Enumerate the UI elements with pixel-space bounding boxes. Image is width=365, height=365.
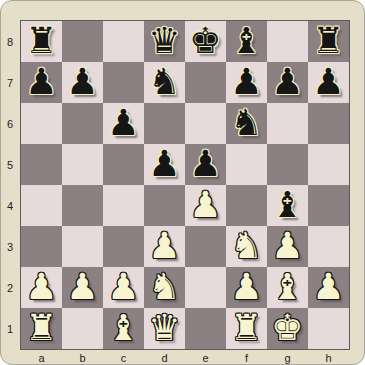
file-label-h: h xyxy=(308,350,349,365)
piece-white-queen[interactable]: ♛ xyxy=(148,307,180,348)
square-g3[interactable]: ♟ xyxy=(267,226,308,267)
square-g5[interactable] xyxy=(267,144,308,185)
square-a7[interactable]: ♟ xyxy=(21,62,62,103)
chess-board: ♜♛♚♝♜♟♟♞♟♟♟♟♞♟♟♟♝♟♞♟♟♟♟♞♟♝♟♜♝♛♜♚ xyxy=(20,20,350,350)
square-h2[interactable]: ♟ xyxy=(308,267,349,308)
piece-white-knight[interactable]: ♞ xyxy=(230,225,262,266)
square-f3[interactable]: ♞ xyxy=(226,226,267,267)
rank-label-3: 3 xyxy=(1,226,19,267)
square-h7[interactable]: ♟ xyxy=(308,62,349,103)
piece-black-king[interactable]: ♚ xyxy=(189,20,221,61)
square-b4[interactable] xyxy=(62,185,103,226)
piece-black-pawn[interactable]: ♟ xyxy=(189,143,221,184)
square-h8[interactable]: ♜ xyxy=(308,21,349,62)
square-e3[interactable] xyxy=(185,226,226,267)
square-a4[interactable] xyxy=(21,185,62,226)
piece-black-pawn[interactable]: ♟ xyxy=(312,61,344,102)
square-b7[interactable]: ♟ xyxy=(62,62,103,103)
file-label-a: a xyxy=(21,350,62,365)
piece-white-pawn[interactable]: ♟ xyxy=(66,266,98,307)
square-c3[interactable] xyxy=(103,226,144,267)
piece-black-queen[interactable]: ♛ xyxy=(148,20,180,61)
square-e6[interactable] xyxy=(185,103,226,144)
rank-label-7: 7 xyxy=(1,62,19,103)
square-c6[interactable]: ♟ xyxy=(103,103,144,144)
piece-black-pawn[interactable]: ♟ xyxy=(25,61,57,102)
square-a2[interactable]: ♟ xyxy=(21,267,62,308)
rank-label-6: 6 xyxy=(1,103,19,144)
file-label-b: b xyxy=(62,350,103,365)
square-c4[interactable] xyxy=(103,185,144,226)
piece-white-pawn[interactable]: ♟ xyxy=(107,266,139,307)
square-c7[interactable] xyxy=(103,62,144,103)
piece-black-pawn[interactable]: ♟ xyxy=(66,61,98,102)
square-g6[interactable] xyxy=(267,103,308,144)
square-d1[interactable]: ♛ xyxy=(144,308,185,349)
square-c8[interactable] xyxy=(103,21,144,62)
square-e8[interactable]: ♚ xyxy=(185,21,226,62)
piece-black-pawn[interactable]: ♟ xyxy=(230,61,262,102)
piece-white-bishop[interactable]: ♝ xyxy=(107,307,139,348)
piece-white-pawn[interactable]: ♟ xyxy=(148,225,180,266)
square-f5[interactable] xyxy=(226,144,267,185)
square-a5[interactable] xyxy=(21,144,62,185)
square-f1[interactable]: ♜ xyxy=(226,308,267,349)
file-label-g: g xyxy=(267,350,308,365)
piece-black-pawn[interactable]: ♟ xyxy=(148,143,180,184)
rank-labels: 87654321 xyxy=(1,21,19,349)
square-g1[interactable]: ♚ xyxy=(267,308,308,349)
file-labels: abcdefgh xyxy=(21,350,349,365)
piece-white-pawn[interactable]: ♟ xyxy=(271,225,303,266)
square-c5[interactable] xyxy=(103,144,144,185)
square-a1[interactable]: ♜ xyxy=(21,308,62,349)
square-b6[interactable] xyxy=(62,103,103,144)
square-a8[interactable]: ♜ xyxy=(21,21,62,62)
square-h4[interactable] xyxy=(308,185,349,226)
square-f7[interactable]: ♟ xyxy=(226,62,267,103)
square-g2[interactable]: ♝ xyxy=(267,267,308,308)
piece-white-knight[interactable]: ♞ xyxy=(148,266,180,307)
square-e4[interactable]: ♟ xyxy=(185,185,226,226)
square-e5[interactable]: ♟ xyxy=(185,144,226,185)
piece-black-knight[interactable]: ♞ xyxy=(230,102,262,143)
square-b8[interactable] xyxy=(62,21,103,62)
piece-white-pawn[interactable]: ♟ xyxy=(230,266,262,307)
piece-black-rook[interactable]: ♜ xyxy=(25,20,57,61)
piece-black-bishop[interactable]: ♝ xyxy=(271,184,303,225)
square-g4[interactable]: ♝ xyxy=(267,185,308,226)
piece-white-rook[interactable]: ♜ xyxy=(25,307,57,348)
square-e7[interactable] xyxy=(185,62,226,103)
square-d4[interactable] xyxy=(144,185,185,226)
file-label-c: c xyxy=(103,350,144,365)
square-c2[interactable]: ♟ xyxy=(103,267,144,308)
square-h3[interactable] xyxy=(308,226,349,267)
piece-white-king[interactable]: ♚ xyxy=(271,307,303,348)
piece-black-pawn[interactable]: ♟ xyxy=(107,102,139,143)
rank-label-8: 8 xyxy=(1,21,19,62)
rank-label-4: 4 xyxy=(1,185,19,226)
square-b2[interactable]: ♟ xyxy=(62,267,103,308)
file-label-f: f xyxy=(226,350,267,365)
square-a6[interactable] xyxy=(21,103,62,144)
square-d2[interactable]: ♞ xyxy=(144,267,185,308)
square-f2[interactable]: ♟ xyxy=(226,267,267,308)
piece-black-rook[interactable]: ♜ xyxy=(312,20,344,61)
square-d7[interactable]: ♞ xyxy=(144,62,185,103)
square-b5[interactable] xyxy=(62,144,103,185)
square-d3[interactable]: ♟ xyxy=(144,226,185,267)
square-b3[interactable] xyxy=(62,226,103,267)
square-g8[interactable] xyxy=(267,21,308,62)
rank-label-5: 5 xyxy=(1,144,19,185)
square-f4[interactable] xyxy=(226,185,267,226)
chessboard-panel: 87654321 ♜♛♚♝♜♟♟♞♟♟♟♟♞♟♟♟♝♟♞♟♟♟♟♞♟♝♟♜♝♛♜… xyxy=(0,0,365,365)
square-d6[interactable] xyxy=(144,103,185,144)
piece-black-bishop[interactable]: ♝ xyxy=(230,20,262,61)
square-h5[interactable] xyxy=(308,144,349,185)
piece-white-pawn[interactable]: ♟ xyxy=(189,184,221,225)
rank-label-1: 1 xyxy=(1,308,19,349)
square-d5[interactable]: ♟ xyxy=(144,144,185,185)
square-e2[interactable] xyxy=(185,267,226,308)
square-a3[interactable] xyxy=(21,226,62,267)
file-label-e: e xyxy=(185,350,226,365)
square-h1[interactable] xyxy=(308,308,349,349)
file-label-d: d xyxy=(144,350,185,365)
square-c1[interactable]: ♝ xyxy=(103,308,144,349)
square-d8[interactable]: ♛ xyxy=(144,21,185,62)
piece-black-knight[interactable]: ♞ xyxy=(148,61,180,102)
square-h6[interactable] xyxy=(308,103,349,144)
square-b1[interactable] xyxy=(62,308,103,349)
rank-label-2: 2 xyxy=(1,267,19,308)
piece-white-bishop[interactable]: ♝ xyxy=(271,266,303,307)
piece-white-rook[interactable]: ♜ xyxy=(230,307,262,348)
piece-white-pawn[interactable]: ♟ xyxy=(25,266,57,307)
square-f6[interactable]: ♞ xyxy=(226,103,267,144)
square-e1[interactable] xyxy=(185,308,226,349)
piece-black-pawn[interactable]: ♟ xyxy=(271,61,303,102)
square-f8[interactable]: ♝ xyxy=(226,21,267,62)
piece-white-pawn[interactable]: ♟ xyxy=(312,266,344,307)
square-g7[interactable]: ♟ xyxy=(267,62,308,103)
